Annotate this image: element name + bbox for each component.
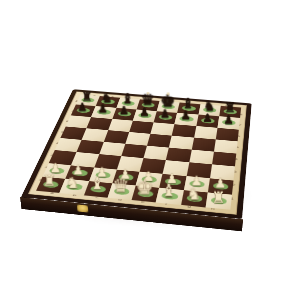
crown-tip bbox=[166, 92, 169, 95]
brass-clasp-icon bbox=[76, 204, 87, 212]
square-f5 bbox=[169, 136, 194, 150]
square-h5 bbox=[214, 139, 238, 153]
square-e6 bbox=[150, 122, 174, 135]
square-g5 bbox=[191, 137, 215, 151]
square-c5 bbox=[103, 130, 129, 144]
square-h1: ♜ bbox=[205, 192, 232, 210]
black-pawn-h7: ♟ bbox=[216, 114, 241, 126]
product-photo: abcdefgh abcdefgh 87654321 87654321 ♜♞♝♛… bbox=[0, 0, 292, 292]
square-h6 bbox=[216, 128, 239, 142]
square-g4 bbox=[189, 150, 214, 165]
crown-tip bbox=[146, 92, 149, 95]
white-rook-h1: ♜ bbox=[204, 189, 233, 205]
square-e5 bbox=[147, 134, 172, 148]
chess-board: abcdefgh abcdefgh 87654321 87654321 ♜♞♝♛… bbox=[21, 89, 252, 219]
